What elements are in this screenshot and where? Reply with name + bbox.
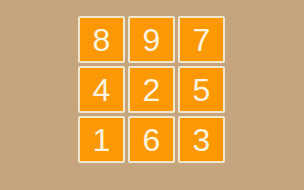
- tile-r2c2[interactable]: 3: [178, 116, 225, 163]
- tile-r2c1[interactable]: 6: [128, 116, 175, 163]
- tile-r0c2[interactable]: 7: [178, 16, 225, 63]
- tile-r0c1[interactable]: 9: [128, 16, 175, 63]
- tile-r2c0[interactable]: 1: [78, 116, 125, 163]
- tile-r0c0[interactable]: 8: [78, 16, 125, 63]
- tile-r1c2[interactable]: 5: [178, 66, 225, 113]
- tile-r1c1[interactable]: 2: [128, 66, 175, 113]
- tile-r1c0[interactable]: 4: [78, 66, 125, 113]
- game-background: 8 9 7 4 2 5 1 6 3: [0, 0, 304, 190]
- puzzle-grid: 8 9 7 4 2 5 1 6 3: [78, 16, 225, 163]
